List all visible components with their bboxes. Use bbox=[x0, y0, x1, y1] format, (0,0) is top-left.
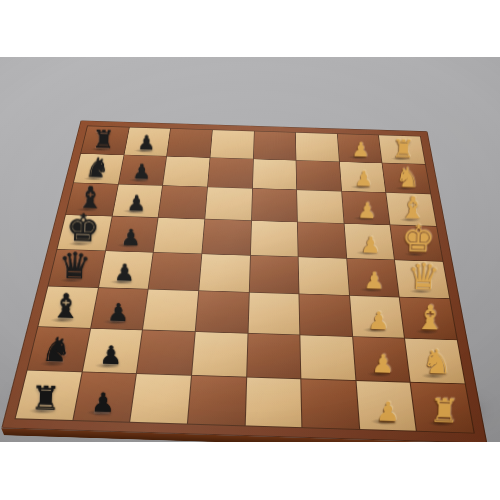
piece-black-bishop[interactable]: ♝ bbox=[40, 289, 92, 325]
piece-black-knight[interactable]: ♞ bbox=[29, 333, 83, 368]
piece-black-pawn[interactable]: ♟ bbox=[83, 343, 137, 370]
square-a8[interactable]: ♜ bbox=[16, 371, 81, 420]
square-e7[interactable]: ♟ bbox=[106, 217, 158, 252]
square-f2[interactable]: ♟ bbox=[342, 192, 390, 225]
piece-black-pawn[interactable]: ♟ bbox=[107, 225, 155, 249]
piece-white-knight[interactable]: ♞ bbox=[386, 163, 430, 192]
piece-white-pawn[interactable]: ♟ bbox=[359, 398, 416, 426]
square-f4[interactable] bbox=[252, 189, 298, 222]
square-e6[interactable] bbox=[154, 218, 204, 253]
square-d4[interactable] bbox=[249, 256, 298, 294]
photo-backdrop: ♜♟♟♜♞♟♟♞♝♟♟♝♚♟♟♚♛♟♟♛♝♟♟♝♞♟♟♞♜♟♟♜ bbox=[0, 57, 500, 442]
square-d8[interactable]: ♛ bbox=[48, 250, 104, 288]
square-d6[interactable] bbox=[149, 253, 201, 291]
square-d5[interactable] bbox=[199, 254, 249, 292]
piece-black-rook[interactable]: ♜ bbox=[82, 127, 125, 153]
square-c8[interactable]: ♝ bbox=[38, 287, 97, 328]
chess-board: ♜♟♟♜♞♟♟♞♝♟♟♝♚♟♟♚♛♟♟♛♝♟♟♝♞♟♟♞♜♟♟♜ bbox=[1, 121, 487, 442]
square-f3[interactable] bbox=[297, 190, 343, 223]
piece-white-pawn[interactable]: ♟ bbox=[341, 168, 385, 190]
square-h4[interactable] bbox=[253, 132, 295, 160]
square-c4[interactable] bbox=[248, 293, 299, 335]
piece-white-pawn[interactable]: ♟ bbox=[344, 199, 390, 222]
piece-black-queen[interactable]: ♛ bbox=[50, 247, 100, 285]
piece-black-knight[interactable]: ♞ bbox=[75, 153, 119, 182]
square-b6[interactable] bbox=[137, 330, 194, 375]
square-h2[interactable]: ♟ bbox=[338, 134, 382, 163]
piece-white-king[interactable]: ♚ bbox=[394, 219, 442, 258]
scene: ♜♟♟♜♞♟♟♞♝♟♟♝♚♟♟♚♛♟♟♛♝♟♟♝♞♟♟♞♜♟♟♜ bbox=[0, 57, 500, 442]
square-e2[interactable]: ♟ bbox=[344, 224, 394, 260]
square-b8[interactable]: ♞ bbox=[28, 327, 90, 372]
square-a1[interactable]: ♜ bbox=[411, 383, 473, 433]
square-c3[interactable] bbox=[300, 295, 352, 337]
square-d3[interactable] bbox=[299, 257, 349, 295]
piece-black-pawn[interactable]: ♟ bbox=[100, 261, 150, 286]
square-b7[interactable]: ♟ bbox=[82, 329, 142, 374]
piece-black-rook[interactable]: ♜ bbox=[17, 381, 74, 416]
piece-black-king[interactable]: ♚ bbox=[59, 209, 107, 248]
square-a4[interactable] bbox=[245, 378, 301, 427]
screenshot: ♜♟♟♜♞♟♟♞♝♟♟♝♚♟♟♚♛♟♟♛♝♟♟♝♞♟♟♞♜♟♟♜ bbox=[0, 0, 500, 500]
square-c2[interactable]: ♟ bbox=[350, 296, 404, 338]
square-a2[interactable]: ♟ bbox=[356, 382, 416, 432]
piece-black-pawn[interactable]: ♟ bbox=[119, 161, 163, 183]
square-c7[interactable]: ♟ bbox=[91, 288, 148, 329]
piece-white-rook[interactable]: ♜ bbox=[416, 394, 473, 429]
piece-white-bishop[interactable]: ♝ bbox=[404, 300, 456, 336]
square-c5[interactable] bbox=[196, 291, 249, 332]
piece-white-pawn[interactable]: ♟ bbox=[339, 139, 382, 160]
square-f6[interactable] bbox=[159, 186, 207, 219]
square-h6[interactable] bbox=[167, 129, 212, 157]
square-d7[interactable]: ♟ bbox=[99, 251, 153, 289]
piece-white-pawn[interactable]: ♟ bbox=[352, 308, 404, 334]
square-h7[interactable]: ♟ bbox=[124, 128, 170, 156]
square-d1[interactable]: ♛ bbox=[395, 260, 449, 298]
piece-black-pawn[interactable]: ♟ bbox=[113, 192, 159, 215]
square-f7[interactable]: ♟ bbox=[112, 185, 162, 218]
square-h3[interactable] bbox=[296, 133, 339, 162]
square-c1[interactable]: ♝ bbox=[400, 298, 457, 340]
piece-white-rook[interactable]: ♜ bbox=[382, 136, 425, 162]
square-a7[interactable]: ♟ bbox=[73, 373, 136, 422]
square-f5[interactable] bbox=[205, 188, 252, 221]
board-grid: ♜♟♟♜♞♟♟♞♝♟♟♝♚♟♟♚♛♟♟♛♝♟♟♝♞♟♟♞♜♟♟♜ bbox=[14, 126, 474, 434]
square-g2[interactable]: ♟ bbox=[340, 162, 386, 193]
piece-black-pawn[interactable]: ♟ bbox=[92, 300, 144, 326]
square-a5[interactable] bbox=[188, 376, 246, 425]
piece-white-pawn[interactable]: ♟ bbox=[349, 269, 399, 294]
square-b1[interactable]: ♞ bbox=[405, 339, 464, 384]
square-h5[interactable] bbox=[210, 130, 253, 158]
square-e5[interactable] bbox=[202, 220, 250, 255]
piece-white-queen[interactable]: ♛ bbox=[399, 258, 449, 296]
square-d2[interactable]: ♟ bbox=[347, 259, 399, 297]
square-a6[interactable] bbox=[130, 375, 190, 424]
square-b5[interactable] bbox=[192, 332, 247, 377]
piece-white-pawn[interactable]: ♟ bbox=[346, 233, 394, 257]
square-b4[interactable] bbox=[247, 334, 301, 379]
square-g3[interactable] bbox=[297, 161, 341, 192]
piece-black-pawn[interactable]: ♟ bbox=[125, 133, 168, 154]
piece-white-knight[interactable]: ♞ bbox=[410, 345, 464, 380]
square-g7[interactable]: ♟ bbox=[119, 155, 167, 185]
square-c6[interactable] bbox=[143, 290, 198, 331]
square-g6[interactable] bbox=[163, 157, 209, 187]
square-b3[interactable] bbox=[300, 335, 355, 380]
square-e3[interactable] bbox=[298, 223, 346, 258]
square-g4[interactable] bbox=[253, 159, 297, 190]
piece-black-pawn[interactable]: ♟ bbox=[74, 389, 131, 417]
square-b2[interactable]: ♟ bbox=[353, 337, 410, 382]
square-a3[interactable] bbox=[301, 380, 358, 429]
square-g5[interactable] bbox=[208, 158, 253, 188]
square-e4[interactable] bbox=[250, 221, 297, 256]
